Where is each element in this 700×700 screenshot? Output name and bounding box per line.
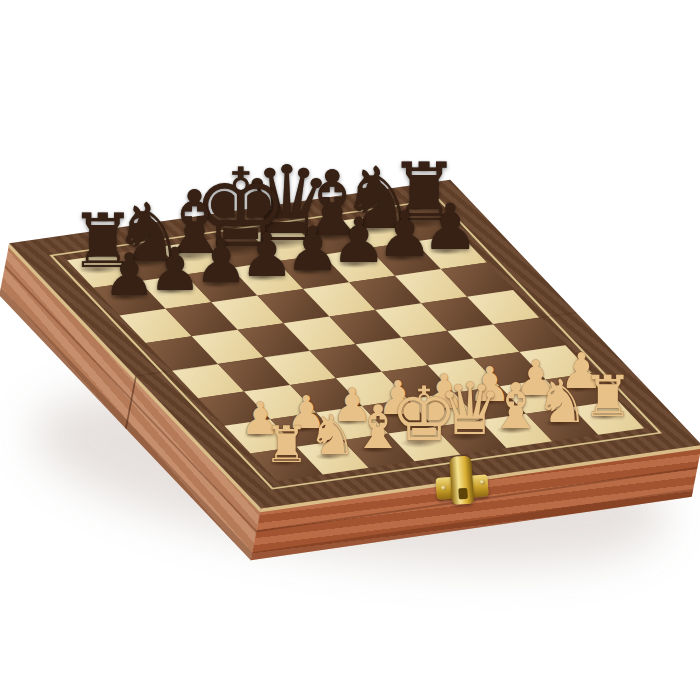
clasp — [434, 454, 494, 516]
piece-white-rook-a1[interactable]: ♜ — [264, 419, 309, 469]
piece-white-rook-h1[interactable]: ♜ — [583, 368, 633, 424]
piece-black-pawn-c7[interactable]: ♟ — [194, 232, 248, 292]
clasp-hole — [458, 488, 468, 500]
piece-white-bishop-c1[interactable]: ♝ — [351, 398, 405, 458]
photo-stage: ♜♞♝♚♛♝♞♜♟♟♟♟♟♟♟♟♟♟♟♟♟♟♟♟♜♞♝♚♛♝♞♜ — [0, 0, 700, 700]
piece-black-pawn-a7[interactable]: ♟ — [103, 247, 156, 306]
piece-white-knight-b1[interactable]: ♞ — [308, 409, 357, 464]
piece-black-pawn-b7[interactable]: ♟ — [149, 239, 202, 298]
piece-black-pawn-d7[interactable]: ♟ — [240, 225, 294, 286]
